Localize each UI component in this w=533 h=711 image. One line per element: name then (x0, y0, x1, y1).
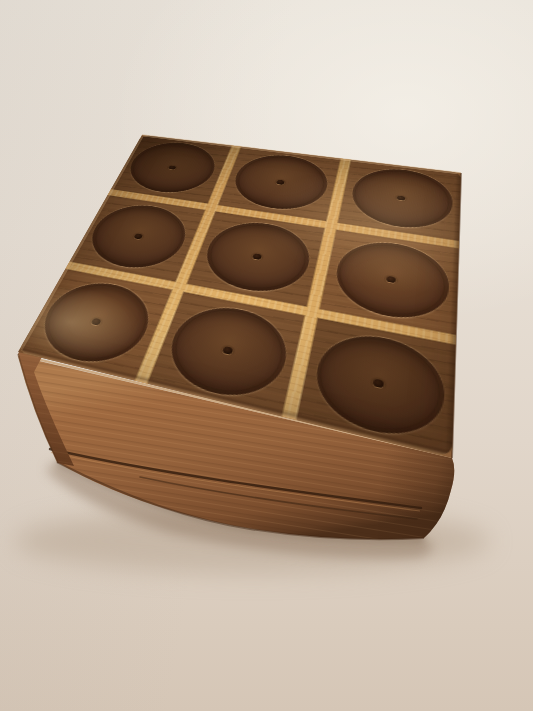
peg-hole (397, 195, 406, 201)
peg-hole (91, 318, 102, 326)
peg-hole (133, 233, 142, 239)
cell-1-1[interactable] (187, 212, 324, 306)
cell-0-2[interactable] (339, 160, 461, 240)
peg-hole (276, 180, 284, 185)
recess (119, 139, 223, 198)
recess (227, 151, 332, 215)
peg-hole (386, 276, 396, 283)
recess (159, 299, 295, 406)
recess (197, 217, 316, 299)
recess (347, 165, 453, 235)
cell-1-2[interactable] (321, 230, 459, 334)
peg-hole (373, 379, 384, 389)
peg-hole (222, 346, 233, 355)
peg-hole (168, 165, 176, 170)
scene (0, 0, 533, 711)
recess (330, 236, 450, 326)
peg-hole (252, 253, 262, 260)
cell-0-1[interactable] (219, 147, 340, 221)
